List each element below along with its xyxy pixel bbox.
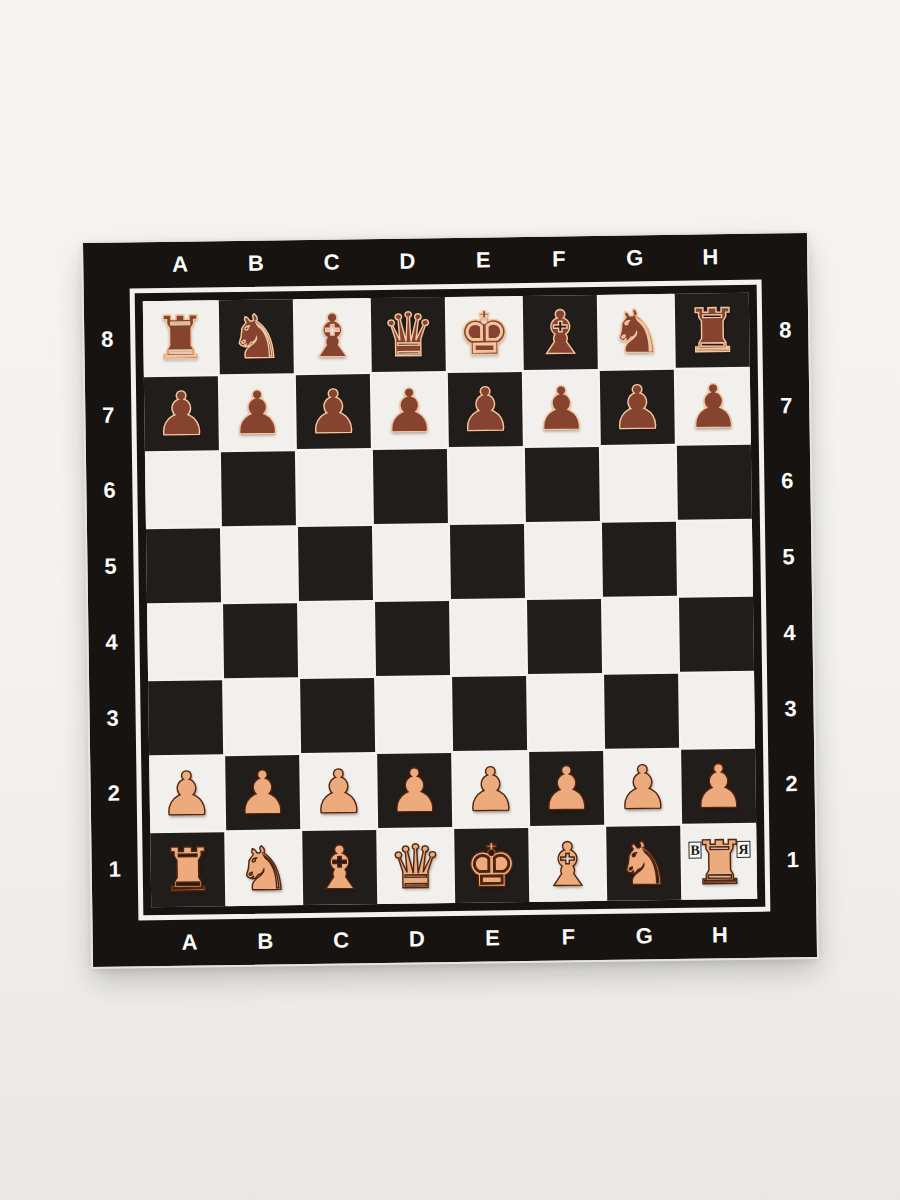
file-label-F: F xyxy=(521,236,597,283)
rank-label-8: 8 xyxy=(84,301,131,377)
file-label-H: H xyxy=(682,912,758,959)
square-e6[interactable] xyxy=(449,448,524,523)
square-h8[interactable]: ♜ xyxy=(675,293,750,368)
white-pawn-e2[interactable]: ♟ xyxy=(463,759,518,820)
square-e7[interactable]: ♟ xyxy=(448,372,523,447)
square-f8[interactable]: ♝ xyxy=(523,295,598,370)
black-bishop-c8[interactable]: ♝ xyxy=(305,305,360,366)
rank-label-5: 5 xyxy=(765,519,812,595)
rank-label-4: 4 xyxy=(766,595,813,671)
square-c5[interactable] xyxy=(298,526,373,601)
square-h2[interactable]: ♟ xyxy=(681,749,756,824)
black-pawn-f7[interactable]: ♟ xyxy=(534,378,589,439)
black-pawn-c7[interactable]: ♟ xyxy=(306,381,361,442)
rank-label-2: 2 xyxy=(768,746,815,822)
black-bishop-f8[interactable]: ♝ xyxy=(533,302,588,363)
chessboard: ABCDEFGH ABCDEFGH 87654321 87654321 ♜♞♝♛… xyxy=(83,233,817,967)
square-a7[interactable]: ♟ xyxy=(144,376,219,451)
white-king-e1[interactable]: ♚ xyxy=(464,835,519,896)
square-b6[interactable] xyxy=(221,451,296,526)
file-label-G: G xyxy=(596,235,672,282)
square-h6[interactable] xyxy=(677,445,752,520)
file-label-B: B xyxy=(218,240,294,287)
black-pawn-h7[interactable]: ♟ xyxy=(686,376,741,437)
square-d5[interactable] xyxy=(374,525,449,600)
rank-label-3: 3 xyxy=(89,680,136,756)
square-b4[interactable] xyxy=(223,603,298,678)
square-d6[interactable] xyxy=(373,449,448,524)
square-f3[interactable] xyxy=(528,675,603,750)
black-knight-b8[interactable]: ♞ xyxy=(229,306,284,367)
white-knight-g1[interactable]: ♞ xyxy=(616,833,671,894)
file-label-D: D xyxy=(369,238,445,285)
rank-label-1: 1 xyxy=(91,832,138,908)
square-f2[interactable]: ♟ xyxy=(529,751,604,826)
white-rook-a1[interactable]: ♜ xyxy=(160,839,215,900)
square-h7[interactable]: ♟ xyxy=(676,369,751,444)
square-b7[interactable]: ♟ xyxy=(220,375,295,450)
square-b8[interactable]: ♞ xyxy=(219,299,294,374)
white-pawn-h2[interactable]: ♟ xyxy=(691,756,746,817)
square-d7[interactable]: ♟ xyxy=(372,373,447,448)
square-c4[interactable] xyxy=(299,602,374,677)
square-f7[interactable]: ♟ xyxy=(524,371,599,446)
square-f4[interactable] xyxy=(527,599,602,674)
black-rook-h8[interactable]: ♜ xyxy=(685,300,740,361)
file-label-A: A xyxy=(142,241,218,288)
square-c8[interactable]: ♝ xyxy=(295,298,370,373)
file-labels-bottom: ABCDEFGH xyxy=(151,912,758,966)
black-king-e8[interactable]: ♚ xyxy=(457,303,512,364)
square-e3[interactable] xyxy=(452,676,527,751)
white-rook-h1[interactable]: ♜ xyxy=(692,832,747,893)
square-g2[interactable]: ♟ xyxy=(605,750,680,825)
square-d2[interactable]: ♟ xyxy=(377,753,452,828)
square-b3[interactable] xyxy=(224,679,299,754)
square-b1[interactable]: ♞ xyxy=(226,831,301,906)
white-queen-d1[interactable]: ♛ xyxy=(388,836,443,897)
square-g8[interactable]: ♞ xyxy=(599,294,674,369)
rank-label-3: 3 xyxy=(767,671,814,747)
white-pawn-f2[interactable]: ♟ xyxy=(539,758,594,819)
square-a2[interactable]: ♟ xyxy=(149,756,224,831)
rank-label-6: 6 xyxy=(86,453,133,529)
black-pawn-e7[interactable]: ♟ xyxy=(458,379,513,440)
white-pawn-c2[interactable]: ♟ xyxy=(311,761,366,822)
file-label-C: C xyxy=(303,917,379,964)
square-a6[interactable] xyxy=(145,452,220,527)
file-label-H: H xyxy=(672,234,748,281)
square-h3[interactable] xyxy=(680,673,755,748)
black-knight-g8[interactable]: ♞ xyxy=(609,301,664,362)
square-d8[interactable]: ♛ xyxy=(371,297,446,372)
white-pawn-b2[interactable]: ♟ xyxy=(235,762,290,823)
square-e4[interactable] xyxy=(451,600,526,675)
black-pawn-a7[interactable]: ♟ xyxy=(154,383,209,444)
rank-label-5: 5 xyxy=(87,529,134,605)
square-e2[interactable]: ♟ xyxy=(453,752,528,827)
square-e8[interactable]: ♚ xyxy=(447,296,522,371)
white-pawn-g2[interactable]: ♟ xyxy=(615,757,670,818)
square-d4[interactable] xyxy=(375,601,450,676)
file-label-E: E xyxy=(445,237,521,284)
square-c7[interactable]: ♟ xyxy=(296,374,371,449)
square-a8[interactable]: ♜ xyxy=(143,300,218,375)
square-g5[interactable] xyxy=(602,522,677,597)
black-pawn-b7[interactable]: ♟ xyxy=(230,382,285,443)
square-a1[interactable]: ♜ xyxy=(150,832,225,907)
file-label-C: C xyxy=(293,239,369,286)
square-h4[interactable] xyxy=(679,597,754,672)
square-c6[interactable] xyxy=(297,450,372,525)
white-bishop-f1[interactable]: ♝ xyxy=(540,834,595,895)
square-a4[interactable] xyxy=(147,604,222,679)
square-a3[interactable] xyxy=(148,680,223,755)
square-a5[interactable] xyxy=(146,528,221,603)
square-f6[interactable] xyxy=(525,447,600,522)
rank-label-7: 7 xyxy=(85,377,132,453)
rank-label-2: 2 xyxy=(90,756,137,832)
square-c1[interactable]: ♝ xyxy=(302,830,377,905)
board-inner-frame: ♜♞♝♛♚♝♞♜♟♟♟♟♟♟♟♟♟♟♟♟♟♟♟♟♜♞♝♛♚♝♞ВЯ♜ xyxy=(130,280,771,921)
white-knight-b1[interactable]: ♞ xyxy=(236,838,291,899)
white-pawn-a2[interactable]: ♟ xyxy=(159,763,214,824)
file-label-G: G xyxy=(606,913,682,960)
square-h1[interactable]: ВЯ♜ xyxy=(682,825,757,900)
square-g1[interactable]: ♞ xyxy=(606,826,681,901)
black-queen-d8[interactable]: ♛ xyxy=(381,304,436,365)
black-pawn-d7[interactable]: ♟ xyxy=(382,380,437,441)
board-frame: ABCDEFGH ABCDEFGH 87654321 87654321 ♜♞♝♛… xyxy=(83,233,817,967)
white-bishop-c1[interactable]: ♝ xyxy=(312,837,367,898)
file-label-E: E xyxy=(454,915,530,962)
rank-label-8: 8 xyxy=(762,292,809,368)
square-e1[interactable]: ♚ xyxy=(454,828,529,903)
square-h5[interactable] xyxy=(678,521,753,596)
file-label-B: B xyxy=(227,918,303,965)
rank-label-4: 4 xyxy=(88,604,135,680)
rank-labels-right: 87654321 xyxy=(762,292,816,899)
square-d1[interactable]: ♛ xyxy=(378,829,453,904)
square-c3[interactable] xyxy=(300,678,375,753)
square-e5[interactable] xyxy=(450,524,525,599)
square-d3[interactable] xyxy=(376,677,451,752)
rank-label-1: 1 xyxy=(769,822,816,898)
file-label-D: D xyxy=(379,916,455,963)
square-c2[interactable]: ♟ xyxy=(301,754,376,829)
file-label-F: F xyxy=(530,914,606,961)
white-pawn-d2[interactable]: ♟ xyxy=(387,760,442,821)
file-label-A: A xyxy=(151,919,227,966)
square-f1[interactable]: ♝ xyxy=(530,827,605,902)
square-b5[interactable] xyxy=(222,527,297,602)
rank-label-7: 7 xyxy=(763,368,810,444)
rank-label-6: 6 xyxy=(764,443,811,519)
square-b2[interactable]: ♟ xyxy=(225,755,300,830)
black-rook-a8[interactable]: ♜ xyxy=(153,307,208,368)
board-grid: ♜♞♝♛♚♝♞♜♟♟♟♟♟♟♟♟♟♟♟♟♟♟♟♟♜♞♝♛♚♝♞ВЯ♜ xyxy=(143,293,757,907)
square-f5[interactable] xyxy=(526,523,601,598)
square-g6[interactable] xyxy=(601,446,676,521)
square-g4[interactable] xyxy=(603,598,678,673)
black-pawn-g7[interactable]: ♟ xyxy=(610,377,665,438)
square-g3[interactable] xyxy=(604,674,679,749)
square-g7[interactable]: ♟ xyxy=(600,370,675,445)
